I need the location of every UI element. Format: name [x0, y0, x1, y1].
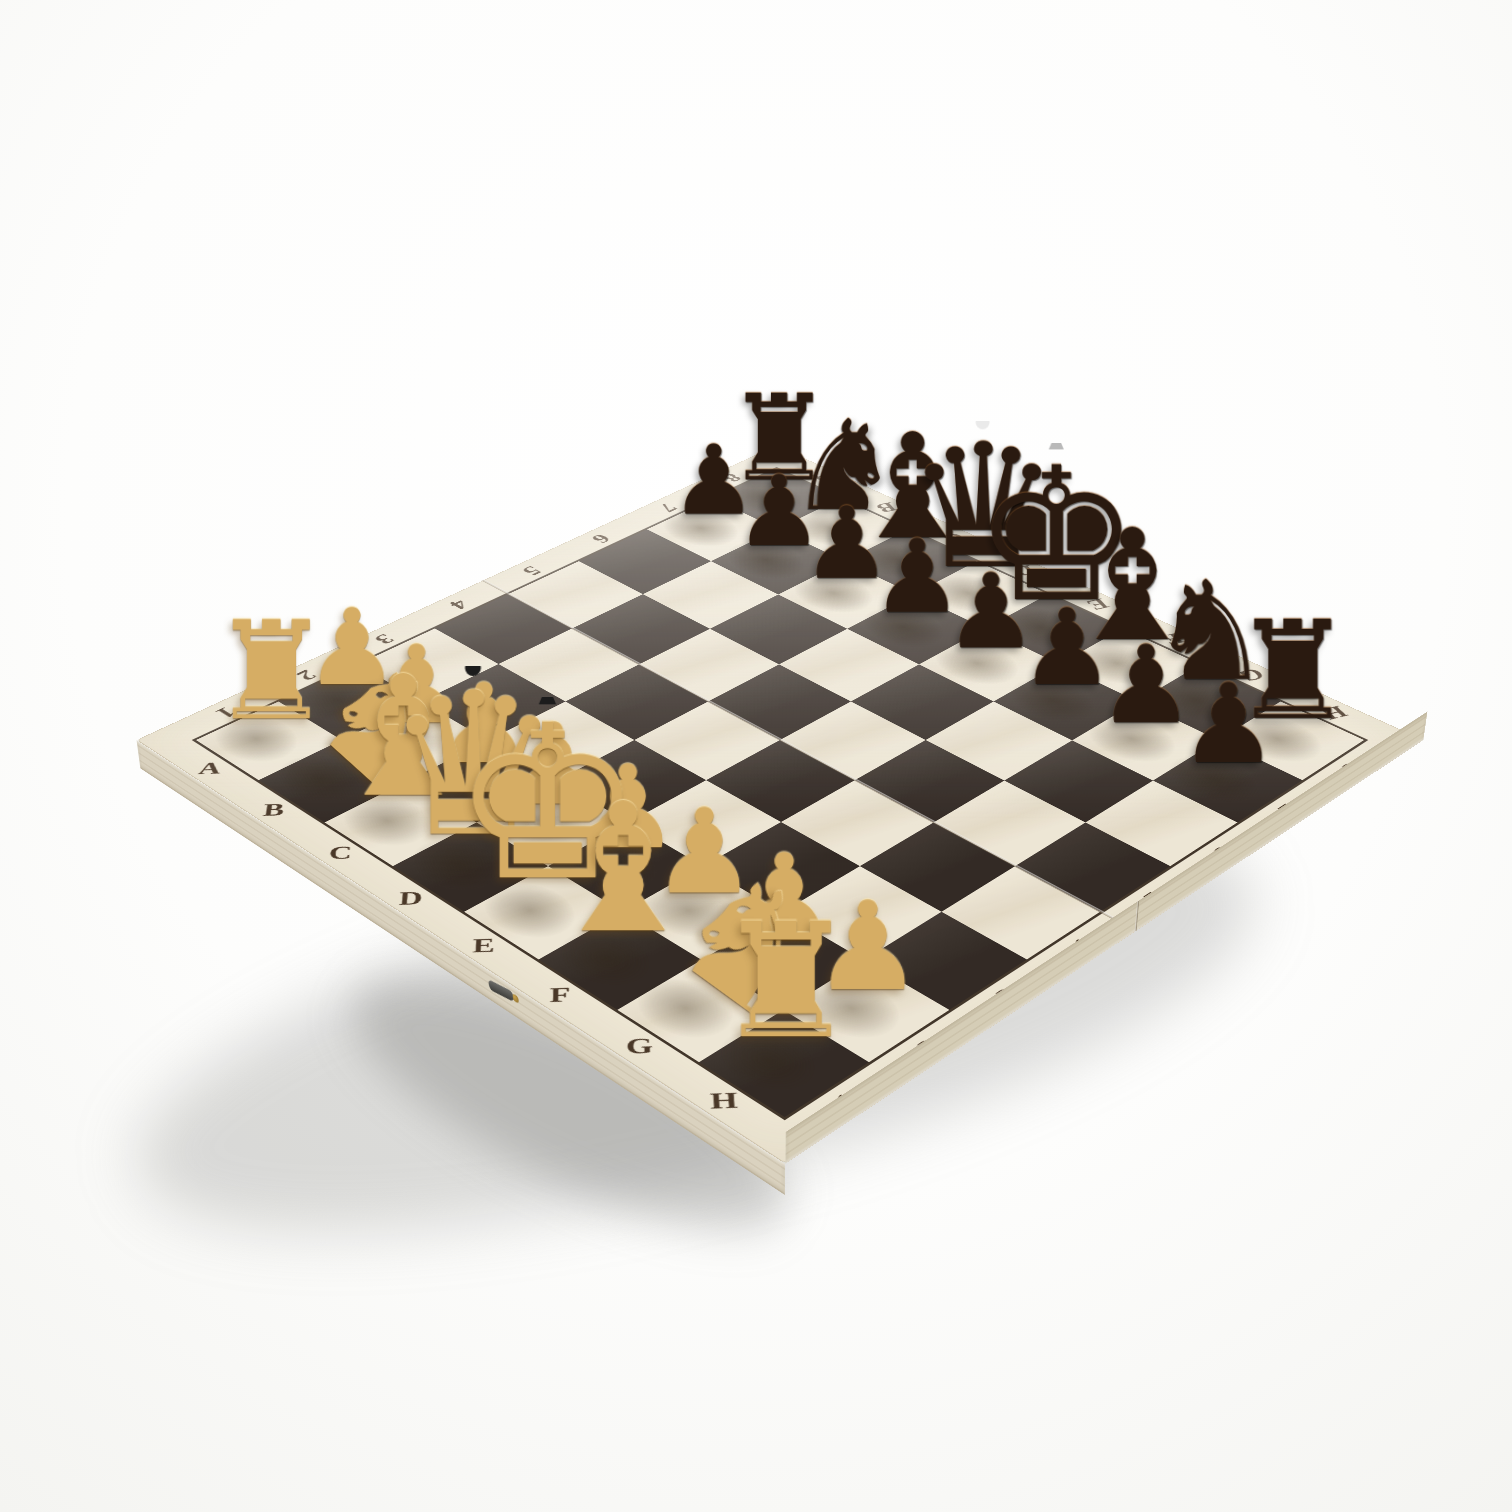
white-king-finial-cone-icon [538, 684, 555, 705]
clasp-latch-icon [488, 979, 514, 1002]
chess-board: AA11BB22CC33DD44EE55FF66GG77HH88 ♜♞♝♛♚♝♞… [137, 445, 1424, 1163]
piece-black-pawn-h7[interactable]: ♟ [1117, 669, 1341, 779]
piece-white-rook-h1[interactable]: ♜ [658, 902, 915, 1061]
side-fold-seam [1135, 900, 1140, 932]
white-queen-finial-ball-icon [466, 660, 482, 676]
square-g5[interactable] [933, 780, 1085, 866]
square-f5[interactable] [855, 740, 1004, 822]
chess-photo-scene: AA11BB22CC33DD44EE55FF66GG77HH88 ♜♞♝♛♚♝♞… [0, 0, 1512, 1512]
black-king-finial-cone-icon [1049, 431, 1064, 449]
perspective-wrap: AA11BB22CC33DD44EE55FF66GG77HH88 ♜♞♝♛♚♝♞… [0, 0, 1512, 1512]
